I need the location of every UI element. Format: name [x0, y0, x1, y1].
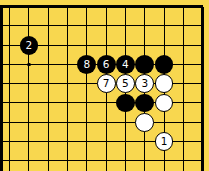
stone-Q13: [135, 113, 154, 132]
stone-R16: [155, 55, 174, 74]
intersection-L18[interactable]: [39, 16, 58, 35]
intersection-J14[interactable]: [0, 93, 19, 112]
intersection-J13[interactable]: [0, 113, 19, 132]
intersection-R19[interactable]: [154, 0, 173, 16]
intersection-S15[interactable]: [174, 74, 193, 93]
intersection-L17[interactable]: [39, 35, 58, 54]
intersection-P16[interactable]: 4: [116, 55, 135, 74]
intersection-S12[interactable]: [174, 132, 193, 151]
intersection-L13[interactable]: [39, 113, 58, 132]
intersection-R12[interactable]: 1: [154, 132, 173, 151]
intersection-S14[interactable]: [174, 93, 193, 112]
move-8-stone-N16: 8: [77, 55, 96, 74]
intersection-Q11[interactable]: [135, 151, 154, 170]
move-2-stone-K17: 2: [20, 36, 39, 55]
intersection-N14[interactable]: [77, 93, 96, 112]
intersection-R17[interactable]: [154, 35, 173, 54]
intersection-O15[interactable]: 7: [96, 74, 115, 93]
intersection-P18[interactable]: [116, 16, 135, 35]
intersection-Q16[interactable]: [135, 55, 154, 74]
intersection-J12[interactable]: [0, 132, 19, 151]
intersection-M11[interactable]: [58, 151, 77, 170]
intersection-K14[interactable]: [19, 93, 38, 112]
move-5-stone-P15: 5: [116, 74, 135, 93]
intersection-O18[interactable]: [96, 16, 115, 35]
intersection-N12[interactable]: [77, 132, 96, 151]
board-grid: 28647531: [0, 0, 209, 171]
move-3-stone-Q15: 3: [135, 74, 154, 93]
intersection-Q13[interactable]: [135, 113, 154, 132]
intersection-Q19[interactable]: [135, 0, 154, 16]
stone-Q14: [135, 94, 154, 113]
intersection-N13[interactable]: [77, 113, 96, 132]
move-1-stone-R12: 1: [155, 132, 174, 151]
intersection-S18[interactable]: [174, 16, 193, 35]
intersection-N16[interactable]: 8: [77, 55, 96, 74]
intersection-J15[interactable]: [0, 74, 19, 93]
intersection-K13[interactable]: [19, 113, 38, 132]
intersection-M16[interactable]: [58, 55, 77, 74]
stone-R15: [155, 74, 174, 93]
intersection-O17[interactable]: [96, 35, 115, 54]
intersection-R13[interactable]: [154, 113, 173, 132]
intersection-O13[interactable]: [96, 113, 115, 132]
intersection-Q17[interactable]: [135, 35, 154, 54]
intersection-N15[interactable]: [77, 74, 96, 93]
stone-Q16: [135, 55, 154, 74]
intersection-L12[interactable]: [39, 132, 58, 151]
intersection-R14[interactable]: [154, 93, 173, 112]
intersection-R11[interactable]: [154, 151, 173, 170]
star-point-K16: [27, 63, 31, 67]
intersection-O19[interactable]: [96, 0, 115, 16]
intersection-M14[interactable]: [58, 93, 77, 112]
intersection-K15[interactable]: [19, 74, 38, 93]
intersection-O14[interactable]: [96, 93, 115, 112]
intersection-Q14[interactable]: [135, 93, 154, 112]
intersection-R18[interactable]: [154, 16, 173, 35]
intersection-L11[interactable]: [39, 151, 58, 170]
intersection-M19[interactable]: [58, 0, 77, 16]
intersection-K17[interactable]: 2: [19, 35, 38, 54]
intersection-P17[interactable]: [116, 35, 135, 54]
intersection-L16[interactable]: [39, 55, 58, 74]
intersection-L19[interactable]: [39, 0, 58, 16]
intersection-S19[interactable]: [174, 0, 193, 16]
intersection-J17[interactable]: [0, 35, 19, 54]
intersection-L15[interactable]: [39, 74, 58, 93]
intersection-T13[interactable]: [193, 113, 209, 132]
intersection-Q18[interactable]: [135, 16, 154, 35]
intersection-L14[interactable]: [39, 93, 58, 112]
intersection-P13[interactable]: [116, 113, 135, 132]
intersection-T17[interactable]: [193, 35, 209, 54]
intersection-T18[interactable]: [193, 16, 209, 35]
intersection-T11[interactable]: [193, 151, 209, 170]
intersection-R16[interactable]: [154, 55, 173, 74]
intersection-N19[interactable]: [77, 0, 96, 16]
intersection-O16[interactable]: 6: [96, 55, 115, 74]
intersection-N18[interactable]: [77, 16, 96, 35]
intersection-M15[interactable]: [58, 74, 77, 93]
intersection-M18[interactable]: [58, 16, 77, 35]
diagram-crop-frame-left: [0, 5, 3, 171]
intersection-O12[interactable]: [96, 132, 115, 151]
intersection-K12[interactable]: [19, 132, 38, 151]
intersection-K16[interactable]: [19, 55, 38, 74]
stone-R14: [155, 94, 174, 113]
intersection-Q15[interactable]: 3: [135, 74, 154, 93]
intersection-M12[interactable]: [58, 132, 77, 151]
intersection-J18[interactable]: [0, 16, 19, 35]
stone-P14: [116, 94, 135, 113]
intersection-P15[interactable]: 5: [116, 74, 135, 93]
move-6-stone-O16: 6: [97, 55, 116, 74]
intersection-P19[interactable]: [116, 0, 135, 16]
intersection-T16[interactable]: [193, 55, 209, 74]
intersection-R15[interactable]: [154, 74, 173, 93]
intersection-M17[interactable]: [58, 35, 77, 54]
intersection-S13[interactable]: [174, 113, 193, 132]
intersection-T19[interactable]: [193, 0, 209, 16]
intersection-N11[interactable]: [77, 151, 96, 170]
intersection-O11[interactable]: [96, 151, 115, 170]
intersection-K18[interactable]: [19, 16, 38, 35]
intersection-S11[interactable]: [174, 151, 193, 170]
intersection-Q12[interactable]: [135, 132, 154, 151]
intersection-K11[interactable]: [19, 151, 38, 170]
intersection-S17[interactable]: [174, 35, 193, 54]
intersection-P12[interactable]: [116, 132, 135, 151]
intersection-P14[interactable]: [116, 93, 135, 112]
move-7-stone-O15: 7: [97, 74, 116, 93]
intersection-J19[interactable]: [0, 0, 19, 16]
intersection-N17[interactable]: [77, 35, 96, 54]
intersection-T12[interactable]: [193, 132, 209, 151]
intersection-T14[interactable]: [193, 93, 209, 112]
intersection-K19[interactable]: [19, 0, 38, 16]
intersection-P11[interactable]: [116, 151, 135, 170]
intersection-T15[interactable]: [193, 74, 209, 93]
intersection-M13[interactable]: [58, 113, 77, 132]
go-diagram: 28647531: [0, 0, 209, 171]
intersection-J16[interactable]: [0, 55, 19, 74]
intersection-J11[interactable]: [0, 151, 19, 170]
move-4-stone-P16: 4: [116, 55, 135, 74]
intersection-S16[interactable]: [174, 55, 193, 74]
